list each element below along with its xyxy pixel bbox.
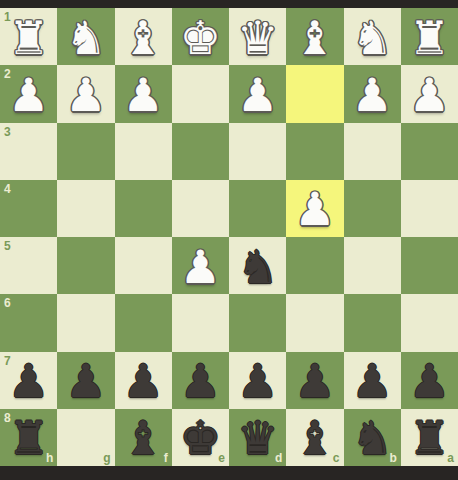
square-h3[interactable]: 3 [0, 123, 57, 180]
square-d8[interactable]: d♛ [229, 409, 286, 466]
square-e1[interactable]: ♚ [172, 8, 229, 65]
white-pawn-c4[interactable]: ♟ [294, 186, 335, 232]
white-pawn-b2[interactable]: ♟ [352, 72, 393, 118]
square-g5[interactable] [57, 237, 114, 294]
frame-top-bar [0, 0, 458, 8]
square-b3[interactable] [344, 123, 401, 180]
square-c2[interactable] [286, 65, 343, 122]
square-b6[interactable] [344, 294, 401, 351]
square-h5[interactable]: 5 [0, 237, 57, 294]
square-e2[interactable] [172, 65, 229, 122]
square-c6[interactable] [286, 294, 343, 351]
white-knight-b1[interactable]: ♞ [352, 15, 393, 61]
square-g3[interactable] [57, 123, 114, 180]
black-rook-a8[interactable]: ♜ [409, 415, 450, 461]
square-h8[interactable]: 8h♜ [0, 409, 57, 466]
square-c3[interactable] [286, 123, 343, 180]
square-a2[interactable]: ♟ [401, 65, 458, 122]
square-e8[interactable]: e♚ [172, 409, 229, 466]
square-b8[interactable]: b♞ [344, 409, 401, 466]
square-e4[interactable] [172, 180, 229, 237]
white-rook-a1[interactable]: ♜ [409, 15, 450, 61]
square-f1[interactable]: ♝ [115, 8, 172, 65]
white-bishop-f1[interactable]: ♝ [123, 15, 164, 61]
square-g6[interactable] [57, 294, 114, 351]
square-d6[interactable] [229, 294, 286, 351]
black-king-e8[interactable]: ♚ [180, 415, 221, 461]
square-d1[interactable]: ♛ [229, 8, 286, 65]
black-pawn-c7[interactable]: ♟ [294, 358, 335, 404]
square-d4[interactable] [229, 180, 286, 237]
square-f7[interactable]: ♟ [115, 352, 172, 409]
black-pawn-e7[interactable]: ♟ [180, 358, 221, 404]
black-bishop-c8[interactable]: ♝ [294, 415, 335, 461]
square-f4[interactable] [115, 180, 172, 237]
square-g7[interactable]: ♟ [57, 352, 114, 409]
square-g1[interactable]: ♞ [57, 8, 114, 65]
square-f2[interactable]: ♟ [115, 65, 172, 122]
square-h1[interactable]: 1♜ [0, 8, 57, 65]
square-d7[interactable]: ♟ [229, 352, 286, 409]
square-c4[interactable]: ♟ [286, 180, 343, 237]
black-pawn-b7[interactable]: ♟ [352, 358, 393, 404]
square-a6[interactable] [401, 294, 458, 351]
rank-label-4: 4 [4, 183, 11, 195]
black-pawn-f7[interactable]: ♟ [123, 358, 164, 404]
white-pawn-d2[interactable]: ♟ [237, 72, 278, 118]
black-knight-b8[interactable]: ♞ [352, 415, 393, 461]
square-e5[interactable]: ♟ [172, 237, 229, 294]
black-bishop-f8[interactable]: ♝ [123, 415, 164, 461]
rank-label-6: 6 [4, 297, 11, 309]
square-f3[interactable] [115, 123, 172, 180]
frame-bottom-bar [0, 466, 458, 480]
black-pawn-d7[interactable]: ♟ [237, 358, 278, 404]
white-pawn-g2[interactable]: ♟ [65, 72, 106, 118]
square-b2[interactable]: ♟ [344, 65, 401, 122]
file-label-g: g [103, 452, 110, 464]
square-e3[interactable] [172, 123, 229, 180]
white-knight-g1[interactable]: ♞ [65, 15, 106, 61]
square-a4[interactable] [401, 180, 458, 237]
black-pawn-h7[interactable]: ♟ [8, 358, 49, 404]
square-f8[interactable]: f♝ [115, 409, 172, 466]
square-h4[interactable]: 4 [0, 180, 57, 237]
square-c5[interactable] [286, 237, 343, 294]
black-pawn-a7[interactable]: ♟ [409, 358, 450, 404]
square-b7[interactable]: ♟ [344, 352, 401, 409]
square-e7[interactable]: ♟ [172, 352, 229, 409]
file-label-f: f [164, 452, 168, 464]
square-a7[interactable]: ♟ [401, 352, 458, 409]
black-knight-d5[interactable]: ♞ [237, 244, 278, 290]
square-b5[interactable] [344, 237, 401, 294]
square-d5[interactable]: ♞ [229, 237, 286, 294]
square-e6[interactable] [172, 294, 229, 351]
square-g2[interactable]: ♟ [57, 65, 114, 122]
square-a3[interactable] [401, 123, 458, 180]
square-d3[interactable] [229, 123, 286, 180]
white-pawn-f2[interactable]: ♟ [123, 72, 164, 118]
square-g4[interactable] [57, 180, 114, 237]
square-f6[interactable] [115, 294, 172, 351]
square-h6[interactable]: 6 [0, 294, 57, 351]
square-h2[interactable]: 2♟ [0, 65, 57, 122]
square-g8[interactable]: g [57, 409, 114, 466]
white-pawn-e5[interactable]: ♟ [180, 244, 221, 290]
square-h7[interactable]: 7♟ [0, 352, 57, 409]
square-a8[interactable]: a♜ [401, 409, 458, 466]
white-bishop-c1[interactable]: ♝ [294, 15, 335, 61]
square-c8[interactable]: c♝ [286, 409, 343, 466]
rank-label-5: 5 [4, 240, 11, 252]
rank-label-3: 3 [4, 126, 11, 138]
square-b1[interactable]: ♞ [344, 8, 401, 65]
black-pawn-g7[interactable]: ♟ [65, 358, 106, 404]
white-king-e1[interactable]: ♚ [180, 15, 221, 61]
white-pawn-h2[interactable]: ♟ [8, 72, 49, 118]
white-pawn-a2[interactable]: ♟ [409, 72, 450, 118]
white-queen-d1[interactable]: ♛ [237, 15, 278, 61]
square-f5[interactable] [115, 237, 172, 294]
white-rook-h1[interactable]: ♜ [8, 15, 49, 61]
square-c7[interactable]: ♟ [286, 352, 343, 409]
square-d2[interactable]: ♟ [229, 65, 286, 122]
square-a1[interactable]: ♜ [401, 8, 458, 65]
black-rook-h8[interactable]: ♜ [8, 415, 49, 461]
black-queen-d8[interactable]: ♛ [237, 415, 278, 461]
square-b4[interactable] [344, 180, 401, 237]
chess-board: 1♜♞♝♚♛♝♞♜2♟♟♟♟♟♟34♟5♟♞67♟♟♟♟♟♟♟♟8h♜gf♝e♚… [0, 8, 458, 466]
square-c1[interactable]: ♝ [286, 8, 343, 65]
square-a5[interactable] [401, 237, 458, 294]
